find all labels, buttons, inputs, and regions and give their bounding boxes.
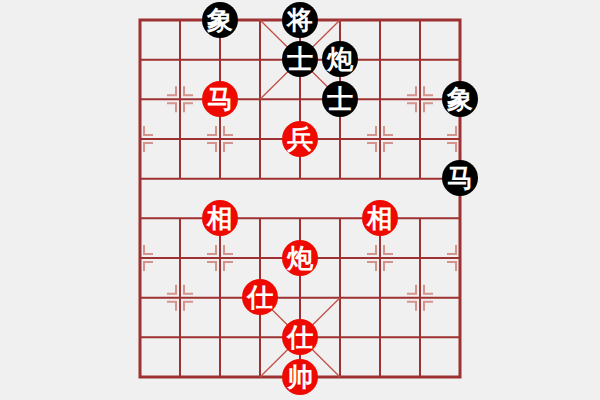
piece-glyph: 兵 [287,121,313,157]
xiangqi-board-area: 象将士炮士象马马兵相相炮仕仕帅 [0,0,600,400]
piece-glyph: 马 [207,81,233,117]
red-general[interactable]: 帅 [282,359,318,395]
piece-glyph: 相 [207,200,233,236]
piece-layer: 象将士炮士象马马兵相相炮仕仕帅 [120,0,480,397]
piece-glyph: 仕 [287,319,313,355]
red-advisor[interactable]: 仕 [282,319,318,355]
black-elephant[interactable]: 象 [442,81,478,117]
piece-glyph: 马 [447,160,473,196]
piece-glyph: 士 [327,81,353,117]
red-advisor[interactable]: 仕 [242,279,278,315]
piece-glyph: 相 [367,200,393,236]
black-elephant[interactable]: 象 [202,2,238,38]
black-advisor[interactable]: 士 [282,41,318,77]
piece-glyph: 象 [447,81,473,117]
piece-glyph: 将 [287,2,313,38]
black-horse[interactable]: 马 [442,160,478,196]
red-elephant[interactable]: 相 [202,200,238,236]
piece-glyph: 帅 [287,359,313,395]
red-horse[interactable]: 马 [202,81,238,117]
red-elephant[interactable]: 相 [362,200,398,236]
piece-glyph: 象 [207,2,233,38]
black-advisor[interactable]: 士 [322,81,358,117]
black-general[interactable]: 将 [282,2,318,38]
piece-glyph: 炮 [327,41,353,77]
piece-glyph: 炮 [287,240,313,276]
black-cannon[interactable]: 炮 [322,41,358,77]
piece-glyph: 仕 [247,279,273,315]
red-pawn[interactable]: 兵 [282,121,318,157]
piece-glyph: 士 [287,41,313,77]
red-cannon[interactable]: 炮 [282,240,318,276]
